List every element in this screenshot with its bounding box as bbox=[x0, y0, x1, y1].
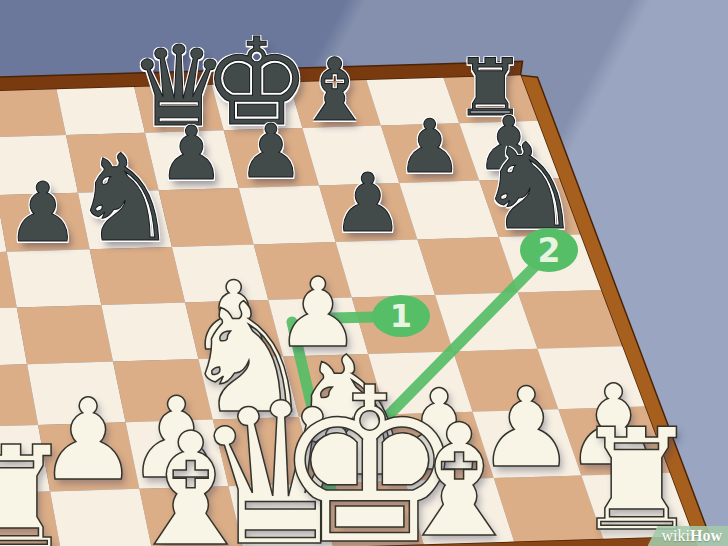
annotation-lines bbox=[0, 0, 728, 546]
illustration-stage: ♜♛♚♝♜♟♟♟♟♟♟♞♟♞♟♟♞♟♟♞♟♟♟♜♝♛♚♝♜ 1 2 wikiHo… bbox=[0, 0, 728, 546]
wikihow-wordmark-wiki: wiki bbox=[662, 526, 690, 546]
annotation-line-1 bbox=[292, 322, 331, 489]
badge-1-pointer-line bbox=[331, 317, 376, 318]
badge-2-pointer-line bbox=[317, 258, 543, 488]
wikihow-wordmark-how: How bbox=[690, 526, 722, 546]
wikihow-watermark: wikiHow bbox=[648, 526, 728, 546]
step-badge-1: 1 bbox=[372, 295, 430, 337]
step-badge-2: 2 bbox=[520, 228, 578, 272]
